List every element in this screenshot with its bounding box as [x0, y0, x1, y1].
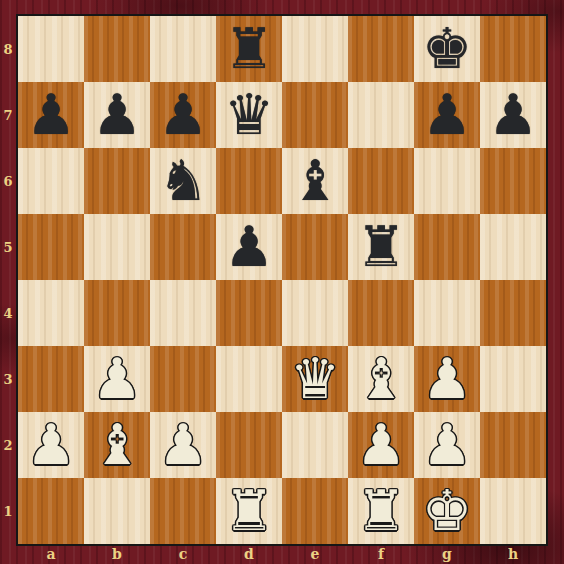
file-label-f: f — [348, 544, 414, 564]
square-a7[interactable]: ♟ — [18, 82, 84, 148]
piece-white-bishop[interactable]: ♝ — [84, 412, 150, 478]
square-b7[interactable]: ♟ — [84, 82, 150, 148]
rank-label-3: 3 — [0, 346, 16, 412]
square-f3[interactable]: ♝ — [348, 346, 414, 412]
chess-board-frame: 8 7 6 5 4 3 2 1 ♜♚♟♟♟♛♟♟♞♝♟♜♟♛♝♟♟♝♟♟♟♜♜♚… — [0, 0, 564, 564]
square-d6[interactable] — [216, 148, 282, 214]
square-a5[interactable] — [18, 214, 84, 280]
file-labels: a b c d e f g h — [18, 544, 546, 564]
square-h5[interactable] — [480, 214, 546, 280]
square-c7[interactable]: ♟ — [150, 82, 216, 148]
piece-black-pawn[interactable]: ♟ — [18, 82, 84, 148]
piece-black-rook[interactable]: ♜ — [348, 214, 414, 280]
square-e3[interactable]: ♛ — [282, 346, 348, 412]
square-d7[interactable]: ♛ — [216, 82, 282, 148]
square-g3[interactable]: ♟ — [414, 346, 480, 412]
piece-black-pawn[interactable]: ♟ — [84, 82, 150, 148]
square-c5[interactable] — [150, 214, 216, 280]
piece-black-bishop[interactable]: ♝ — [282, 148, 348, 214]
file-label-a: a — [18, 544, 84, 564]
square-e5[interactable] — [282, 214, 348, 280]
file-label-b: b — [84, 544, 150, 564]
square-b2[interactable]: ♝ — [84, 412, 150, 478]
square-a6[interactable] — [18, 148, 84, 214]
square-h2[interactable] — [480, 412, 546, 478]
square-f1[interactable]: ♜ — [348, 478, 414, 544]
rank-label-6: 6 — [0, 148, 16, 214]
piece-white-rook[interactable]: ♜ — [348, 478, 414, 544]
square-c8[interactable] — [150, 16, 216, 82]
square-b3[interactable]: ♟ — [84, 346, 150, 412]
square-d4[interactable] — [216, 280, 282, 346]
square-g5[interactable] — [414, 214, 480, 280]
rank-label-5: 5 — [0, 214, 16, 280]
square-g8[interactable]: ♚ — [414, 16, 480, 82]
square-a8[interactable] — [18, 16, 84, 82]
square-f8[interactable] — [348, 16, 414, 82]
square-g1[interactable]: ♚ — [414, 478, 480, 544]
rank-labels: 8 7 6 5 4 3 2 1 — [0, 16, 16, 544]
square-a3[interactable] — [18, 346, 84, 412]
square-g2[interactable]: ♟ — [414, 412, 480, 478]
square-e1[interactable] — [282, 478, 348, 544]
file-label-d: d — [216, 544, 282, 564]
square-e4[interactable] — [282, 280, 348, 346]
rank-label-2: 2 — [0, 412, 16, 478]
square-h8[interactable] — [480, 16, 546, 82]
square-h7[interactable]: ♟ — [480, 82, 546, 148]
square-e7[interactable] — [282, 82, 348, 148]
square-d5[interactable]: ♟ — [216, 214, 282, 280]
square-c4[interactable] — [150, 280, 216, 346]
square-f6[interactable] — [348, 148, 414, 214]
square-c6[interactable]: ♞ — [150, 148, 216, 214]
board-outline: ♜♚♟♟♟♛♟♟♞♝♟♜♟♛♝♟♟♝♟♟♟♜♜♚ — [16, 14, 548, 546]
square-d8[interactable]: ♜ — [216, 16, 282, 82]
square-c2[interactable]: ♟ — [150, 412, 216, 478]
piece-white-king[interactable]: ♚ — [414, 478, 480, 544]
square-b4[interactable] — [84, 280, 150, 346]
file-label-h: h — [480, 544, 546, 564]
piece-black-queen[interactable]: ♛ — [216, 82, 282, 148]
piece-black-rook[interactable]: ♜ — [216, 16, 282, 82]
file-label-c: c — [150, 544, 216, 564]
piece-white-pawn[interactable]: ♟ — [348, 412, 414, 478]
square-e6[interactable]: ♝ — [282, 148, 348, 214]
file-label-e: e — [282, 544, 348, 564]
square-e2[interactable] — [282, 412, 348, 478]
square-c1[interactable] — [150, 478, 216, 544]
piece-white-pawn[interactable]: ♟ — [18, 412, 84, 478]
rank-label-1: 1 — [0, 478, 16, 544]
rank-label-4: 4 — [0, 280, 16, 346]
piece-black-pawn[interactable]: ♟ — [480, 82, 546, 148]
piece-white-queen[interactable]: ♛ — [282, 346, 348, 412]
piece-white-bishop[interactable]: ♝ — [348, 346, 414, 412]
square-d3[interactable] — [216, 346, 282, 412]
square-d2[interactable] — [216, 412, 282, 478]
square-d1[interactable]: ♜ — [216, 478, 282, 544]
file-label-g: g — [414, 544, 480, 564]
square-a4[interactable] — [18, 280, 84, 346]
square-b5[interactable] — [84, 214, 150, 280]
square-f7[interactable] — [348, 82, 414, 148]
piece-white-pawn[interactable]: ♟ — [414, 346, 480, 412]
square-b8[interactable] — [84, 16, 150, 82]
piece-white-rook[interactable]: ♜ — [216, 478, 282, 544]
square-h6[interactable] — [480, 148, 546, 214]
square-a1[interactable] — [18, 478, 84, 544]
square-f4[interactable] — [348, 280, 414, 346]
square-h1[interactable] — [480, 478, 546, 544]
square-h3[interactable] — [480, 346, 546, 412]
piece-white-pawn[interactable]: ♟ — [84, 346, 150, 412]
rank-label-7: 7 — [0, 82, 16, 148]
square-e8[interactable] — [282, 16, 348, 82]
rank-label-8: 8 — [0, 16, 16, 82]
square-c3[interactable] — [150, 346, 216, 412]
piece-black-knight[interactable]: ♞ — [150, 148, 216, 214]
piece-black-pawn[interactable]: ♟ — [216, 214, 282, 280]
piece-white-pawn[interactable]: ♟ — [414, 412, 480, 478]
board: ♜♚♟♟♟♛♟♟♞♝♟♜♟♛♝♟♟♝♟♟♟♜♜♚ — [18, 16, 546, 544]
square-a2[interactable]: ♟ — [18, 412, 84, 478]
square-f5[interactable]: ♜ — [348, 214, 414, 280]
square-b1[interactable] — [84, 478, 150, 544]
piece-black-pawn[interactable]: ♟ — [150, 82, 216, 148]
square-g4[interactable] — [414, 280, 480, 346]
square-g6[interactable] — [414, 148, 480, 214]
square-h4[interactable] — [480, 280, 546, 346]
piece-white-pawn[interactable]: ♟ — [150, 412, 216, 478]
piece-black-king[interactable]: ♚ — [414, 16, 480, 82]
piece-black-pawn[interactable]: ♟ — [414, 82, 480, 148]
square-b6[interactable] — [84, 148, 150, 214]
square-f2[interactable]: ♟ — [348, 412, 414, 478]
square-g7[interactable]: ♟ — [414, 82, 480, 148]
